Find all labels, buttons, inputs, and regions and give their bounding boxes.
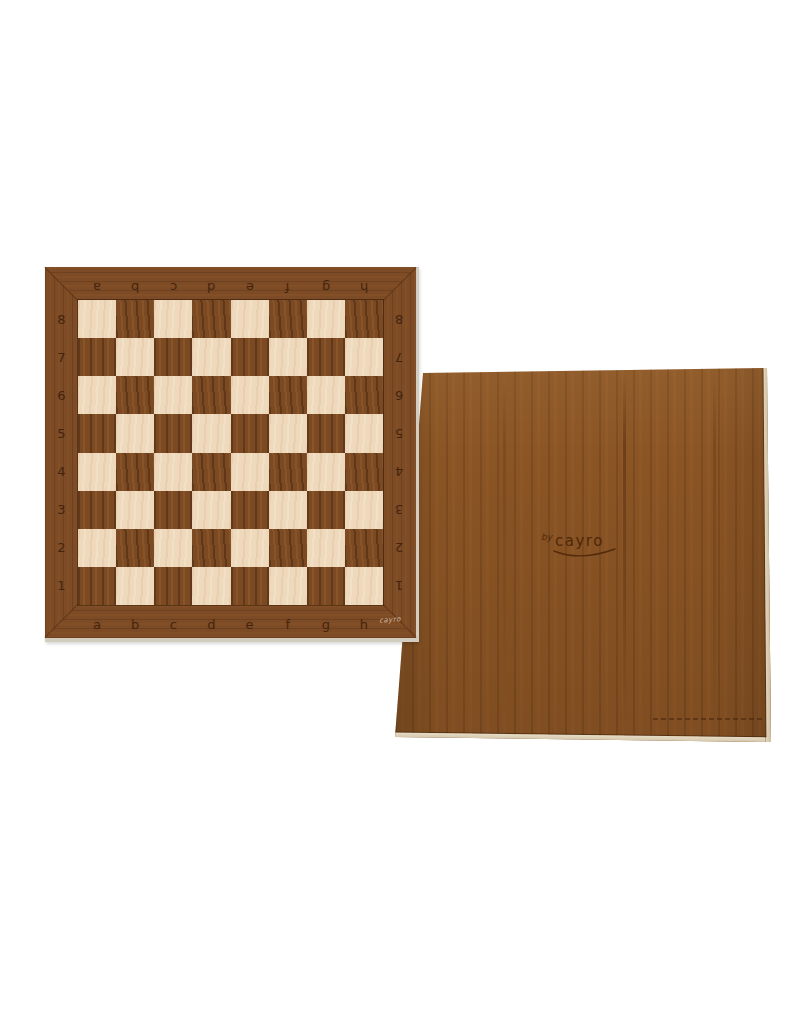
square-f7 [269,338,307,376]
coord-label: 7 [395,351,403,364]
coord-label: 7 [57,351,65,364]
rank-left-3: 3 [45,491,78,529]
coord-label: c [170,618,177,631]
coord-label: e [246,618,254,631]
square-d1 [192,567,230,605]
square-e6 [231,376,269,414]
file-bottom-f: f [269,618,307,631]
square-f3 [269,491,307,529]
file-top-g: g [307,267,345,300]
file-bottom-a: a [78,618,116,631]
square-a8 [78,300,116,338]
square-e4 [231,453,269,491]
coord-label: 2 [57,541,65,554]
square-b6 [116,376,154,414]
coord-label: d [207,618,215,631]
coord-label: 6 [395,389,403,402]
file-bottom-g: g [307,618,345,631]
frame-brand-mark: cayro [379,615,401,625]
rank-labels-right: 87654321 [383,267,416,638]
square-h5 [345,414,383,452]
coord-label: g [322,281,330,294]
square-g4 [307,453,345,491]
coord-label: h [360,618,368,631]
square-f4 [269,453,307,491]
square-e5 [231,414,269,452]
square-d6 [192,376,230,414]
wood-grain-line [503,368,506,745]
coord-label: f [285,618,290,631]
file-bottom-d: d [192,618,230,631]
square-e1 [231,567,269,605]
file-bottom-h: h [345,618,383,631]
rank-right-8: 8 [383,300,416,338]
square-c6 [154,376,192,414]
logo-brand-text: cayro [555,532,604,550]
rank-labels-left: 87654321 [45,267,78,638]
square-a7 [78,338,116,376]
rank-right-2: 2 [383,529,416,567]
coord-label: e [246,281,254,294]
wood-grain-line [623,368,626,745]
fine-print-line [653,718,765,720]
square-h1 [345,567,383,605]
square-g3 [307,491,345,529]
board-bottom-edge [390,732,780,744]
coord-label: g [322,618,330,631]
square-b7 [116,338,154,376]
square-b4 [116,453,154,491]
square-a5 [78,414,116,452]
square-h6 [345,376,383,414]
square-f5 [269,414,307,452]
square-a2 [78,529,116,567]
file-top-a: a [78,267,116,300]
chess-board-back: bycayro [395,368,771,745]
rank-right-7: 7 [383,338,416,376]
coord-label: 4 [57,465,65,478]
file-bottom-c: c [154,618,192,631]
wood-grain-line [713,368,716,745]
coord-label: 4 [395,465,403,478]
rank-right-1: 1 [383,567,416,605]
square-g2 [307,529,345,567]
rank-left-2: 2 [45,529,78,567]
square-g8 [307,300,345,338]
coord-label: c [170,281,177,294]
square-h8 [345,300,383,338]
square-g6 [307,376,345,414]
coord-label: b [131,618,139,631]
coord-label: 1 [57,579,65,592]
coord-label: 5 [395,427,403,440]
rank-right-5: 5 [383,414,416,452]
square-c1 [154,567,192,605]
square-f6 [269,376,307,414]
rank-left-1: 1 [45,567,78,605]
coord-label: 8 [395,313,403,326]
rank-right-6: 6 [383,376,416,414]
file-bottom-e: e [231,618,269,631]
square-b2 [116,529,154,567]
square-f8 [269,300,307,338]
square-h4 [345,453,383,491]
square-c3 [154,491,192,529]
square-c7 [154,338,192,376]
square-a4 [78,453,116,491]
square-d7 [192,338,230,376]
file-top-h: h [345,267,383,300]
file-bottom-b: b [116,618,154,631]
square-h7 [345,338,383,376]
square-g7 [307,338,345,376]
square-d8 [192,300,230,338]
coord-label: 3 [57,503,65,516]
square-d3 [192,491,230,529]
coord-label: a [93,281,101,294]
file-top-b: b [116,267,154,300]
coord-label: f [285,281,290,294]
rank-left-4: 4 [45,453,78,491]
square-h2 [345,529,383,567]
coord-label: 2 [395,541,403,554]
product-photo: bycayro abcdefgh abcdefgh 87654321 87654… [0,0,800,1011]
square-f1 [269,567,307,605]
cayro-logo: bycayro [541,531,617,558]
square-g1 [307,567,345,605]
coord-label: d [207,281,215,294]
square-d5 [192,414,230,452]
file-top-f: f [269,267,307,300]
coord-label: 1 [395,579,403,592]
coord-label: b [131,281,139,294]
square-d4 [192,453,230,491]
square-c4 [154,453,192,491]
square-b5 [116,414,154,452]
coord-label: h [360,281,368,294]
rank-right-3: 3 [383,491,416,529]
logo-by-text: by [541,532,552,542]
chess-board-front: abcdefgh abcdefgh 87654321 87654321 cayr… [45,267,419,642]
square-b8 [116,300,154,338]
square-a3 [78,491,116,529]
rank-right-4: 4 [383,453,416,491]
file-top-c: c [154,267,192,300]
file-labels-top: abcdefgh [45,267,416,300]
square-e7 [231,338,269,376]
rank-left-7: 7 [45,338,78,376]
rank-left-6: 6 [45,376,78,414]
square-c8 [154,300,192,338]
square-e3 [231,491,269,529]
coord-label: a [93,618,101,631]
square-a1 [78,567,116,605]
square-g5 [307,414,345,452]
square-e8 [231,300,269,338]
square-b1 [116,567,154,605]
file-labels-bottom: abcdefgh [45,605,416,638]
square-c2 [154,529,192,567]
square-e2 [231,529,269,567]
file-top-d: d [192,267,230,300]
board-right-edge [763,364,772,748]
coord-label: 5 [57,427,65,440]
back-wood-face: bycayro [395,368,771,745]
square-h3 [345,491,383,529]
square-a6 [78,376,116,414]
rank-left-5: 5 [45,414,78,452]
square-d2 [192,529,230,567]
square-f2 [269,529,307,567]
rank-left-8: 8 [45,300,78,338]
coord-label: 6 [57,389,65,402]
coord-label: 3 [395,503,403,516]
chess-grid [78,300,383,605]
file-top-e: e [231,267,269,300]
square-b3 [116,491,154,529]
coord-label: 8 [57,313,65,326]
square-c5 [154,414,192,452]
